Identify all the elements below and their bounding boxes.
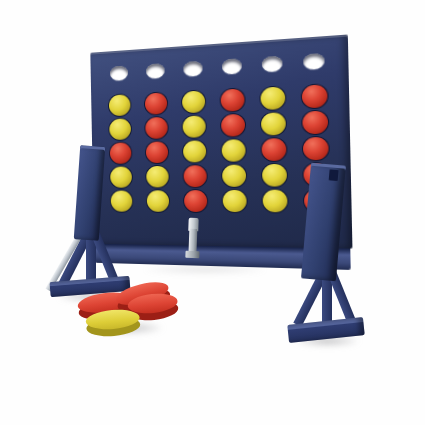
red-disc — [145, 117, 168, 139]
cell-r3c5 — [253, 136, 295, 163]
yellow-disc — [109, 94, 131, 116]
red-disc — [110, 142, 132, 164]
yellow-disc — [146, 166, 169, 188]
red-disc — [261, 138, 286, 161]
red-disc — [184, 190, 207, 212]
cell-r4c3 — [176, 164, 215, 189]
disc-tray — [74, 278, 184, 340]
open-slot-6 — [303, 52, 325, 69]
yellow-disc — [262, 164, 287, 187]
cell-r3c3 — [175, 138, 214, 164]
cell-r4c4 — [214, 163, 254, 189]
open-slot-3 — [183, 60, 202, 76]
red-disc — [220, 88, 244, 111]
cell-r3c1 — [103, 141, 139, 166]
cell-r4c2 — [139, 164, 177, 189]
yellow-disc — [222, 139, 246, 162]
red-disc — [302, 84, 328, 108]
red-disc — [146, 141, 169, 163]
cell-r2c3 — [175, 113, 214, 139]
cell-r5c1 — [103, 189, 139, 213]
cell-r3c4 — [214, 137, 254, 163]
yellow-disc — [110, 167, 132, 188]
yellow-disc — [111, 191, 133, 212]
red-disc — [183, 165, 206, 187]
yellow-disc — [183, 140, 206, 162]
cell-r1c4 — [213, 86, 253, 113]
open-slot-5 — [262, 55, 283, 72]
cell-r5c3 — [176, 189, 215, 214]
red-disc — [221, 114, 245, 137]
open-slot-1 — [110, 65, 128, 80]
cell-r1c5 — [252, 84, 294, 112]
cell-r5c5 — [254, 188, 296, 214]
yellow-disc — [261, 112, 286, 135]
red-disc — [145, 92, 168, 114]
cell-r4c1 — [103, 165, 139, 190]
yellow-disc — [260, 86, 285, 110]
scene — [0, 0, 425, 425]
cell-r3c2 — [138, 140, 176, 165]
loose-yellow-disc — [85, 308, 141, 339]
yellow-disc — [263, 190, 288, 213]
cell-r2c5 — [253, 110, 295, 137]
cell-r5c4 — [215, 189, 255, 215]
slot-row — [101, 47, 336, 85]
cell-r3c6 — [294, 135, 337, 162]
yellow-disc — [182, 90, 205, 113]
yellow-disc — [223, 190, 247, 212]
cell-r1c2 — [137, 90, 174, 116]
cell-r2c2 — [138, 115, 175, 141]
red-disc — [303, 137, 329, 161]
cell-r4c5 — [254, 162, 296, 188]
cell-r2c4 — [213, 112, 253, 139]
cell-r1c1 — [102, 92, 138, 118]
cell-r2c6 — [294, 108, 337, 136]
open-slot-2 — [146, 63, 165, 79]
metal-latch-icon — [185, 218, 202, 261]
open-slot-4 — [222, 58, 242, 74]
red-disc — [302, 110, 328, 134]
board-grid — [102, 82, 339, 215]
cell-r1c3 — [174, 88, 213, 115]
yellow-disc — [182, 115, 205, 138]
yellow-disc — [109, 118, 131, 140]
yellow-disc — [222, 165, 246, 187]
cell-r5c2 — [139, 189, 177, 214]
latch-base — [185, 251, 199, 258]
latch-body — [189, 229, 198, 253]
cell-r1c6 — [293, 82, 336, 110]
yellow-disc — [147, 191, 170, 213]
cell-r2c1 — [102, 116, 138, 141]
